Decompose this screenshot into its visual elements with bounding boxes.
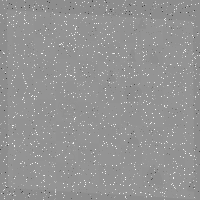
square-e2[interactable]	[99, 143, 121, 165]
square-a6[interactable]	[12, 56, 34, 78]
square-h6[interactable]	[163, 65, 185, 87]
square-b6[interactable]	[34, 58, 56, 80]
square-e1[interactable]	[99, 164, 121, 186]
square-a8[interactable]	[12, 15, 34, 37]
square-h8[interactable]	[163, 24, 185, 46]
square-a4[interactable]	[13, 97, 35, 119]
square-h4[interactable]	[163, 106, 185, 128]
square-a3[interactable]	[13, 118, 35, 140]
square-b8[interactable]	[34, 17, 56, 39]
square-g2[interactable]	[142, 146, 164, 168]
board-photo: ♝♝♞♟♚♚♟♟♞♟♟	[0, 0, 200, 200]
square-c4[interactable]	[56, 100, 78, 122]
square-e3[interactable]	[99, 123, 121, 145]
square-g7[interactable]	[141, 43, 163, 65]
square-g3[interactable]	[142, 126, 164, 148]
square-a5[interactable]	[12, 77, 34, 99]
square-f7[interactable]	[120, 42, 142, 64]
square-f5[interactable]	[120, 83, 142, 105]
square-h5[interactable]	[163, 86, 185, 108]
square-h1[interactable]	[164, 168, 186, 190]
board-squares	[12, 15, 185, 189]
square-f1[interactable]	[121, 165, 143, 187]
square-a7[interactable]	[12, 36, 34, 58]
square-f2[interactable]	[120, 145, 142, 167]
square-b2[interactable]	[34, 140, 56, 162]
square-b7[interactable]	[34, 37, 56, 59]
square-d6[interactable]	[77, 60, 99, 82]
square-d7[interactable]	[77, 40, 99, 62]
square-g8[interactable]	[141, 23, 163, 45]
square-f8[interactable]	[120, 22, 142, 44]
square-d1[interactable]	[78, 163, 100, 185]
square-c3[interactable]	[56, 120, 78, 142]
square-e4[interactable]	[99, 102, 121, 124]
captured-black-pawn[interactable]: ♟	[185, 176, 200, 195]
square-c2[interactable]	[56, 141, 78, 163]
square-g1[interactable]	[142, 167, 164, 189]
square-e6[interactable]	[98, 61, 120, 83]
square-g6[interactable]	[141, 64, 163, 86]
square-b5[interactable]	[34, 78, 56, 100]
square-f4[interactable]	[120, 104, 142, 126]
square-c5[interactable]	[55, 79, 77, 101]
square-e8[interactable]	[98, 20, 120, 42]
square-b3[interactable]	[34, 119, 56, 141]
square-d3[interactable]	[77, 122, 99, 144]
square-g4[interactable]	[142, 105, 164, 127]
square-c6[interactable]	[55, 59, 77, 81]
square-h3[interactable]	[163, 127, 185, 149]
square-g5[interactable]	[141, 84, 163, 106]
square-e5[interactable]	[98, 82, 120, 104]
square-c1[interactable]	[56, 161, 78, 183]
square-c8[interactable]	[55, 18, 77, 40]
square-f3[interactable]	[120, 124, 142, 146]
square-a2[interactable]	[13, 138, 35, 160]
square-a1[interactable]	[13, 159, 35, 181]
square-f6[interactable]	[120, 63, 142, 85]
square-d4[interactable]	[77, 101, 99, 123]
square-h7[interactable]	[163, 45, 185, 67]
square-b1[interactable]	[35, 160, 57, 182]
square-e7[interactable]	[98, 41, 120, 63]
square-d8[interactable]	[77, 19, 99, 41]
square-h2[interactable]	[163, 147, 185, 169]
chessboard: ♝♝♞♟♚♚♟♟♞♟♟	[7, 10, 194, 199]
square-d5[interactable]	[77, 81, 99, 103]
square-d2[interactable]	[77, 142, 99, 164]
square-c7[interactable]	[55, 38, 77, 60]
square-b4[interactable]	[34, 99, 56, 121]
